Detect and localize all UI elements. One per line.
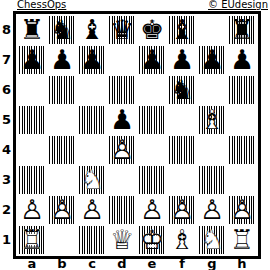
square-e7[interactable]: ♟ xyxy=(137,45,167,75)
square-e1[interactable]: ♚♔ xyxy=(137,225,167,255)
black-pawn-piece[interactable]: ♟ xyxy=(107,105,137,135)
rank-label-6: 6 xyxy=(0,75,13,105)
piece-glyph: ♜ xyxy=(227,15,257,45)
square-b5[interactable] xyxy=(47,105,77,135)
square-e5[interactable] xyxy=(137,105,167,135)
black-queen-piece[interactable]: ♛ xyxy=(107,15,137,45)
square-d4[interactable]: ♟♙ xyxy=(107,135,137,165)
black-pawn-piece[interactable]: ♟ xyxy=(167,45,197,75)
square-c1[interactable] xyxy=(77,225,107,255)
piece-glyph: ♜ xyxy=(17,15,47,45)
square-a8[interactable]: ♜ xyxy=(17,15,47,45)
piece-outline: ♗ xyxy=(167,225,197,255)
piece-outline: ♙ xyxy=(17,195,47,225)
square-f1[interactable]: ♝♗ xyxy=(167,225,197,255)
piece-glyph: ♟ xyxy=(167,45,197,75)
square-g4[interactable] xyxy=(197,135,227,165)
square-e4[interactable] xyxy=(137,135,167,165)
black-knight-piece[interactable]: ♞ xyxy=(47,15,77,45)
square-g7[interactable]: ♟ xyxy=(197,45,227,75)
square-c3[interactable]: ♞♘ xyxy=(77,165,107,195)
white-pawn-piece[interactable]: ♟♙ xyxy=(167,195,197,225)
file-label-c: c xyxy=(77,258,107,270)
piece-glyph: ♟ xyxy=(17,45,47,75)
app-title: ChessOps xyxy=(17,0,66,10)
piece-outline: ♙ xyxy=(107,135,137,165)
square-e2[interactable]: ♟♙ xyxy=(137,195,167,225)
rank-label-7: 7 xyxy=(0,45,13,75)
white-bishop-piece[interactable]: ♝♗ xyxy=(167,225,197,255)
square-c6[interactable] xyxy=(77,75,107,105)
black-bishop-piece[interactable]: ♝ xyxy=(77,15,107,45)
file-label-b: b xyxy=(47,258,77,270)
header: ChessOps © EUdesign xyxy=(17,0,268,11)
piece-outline: ♙ xyxy=(227,195,257,225)
piece-outline: ♙ xyxy=(167,195,197,225)
square-a6[interactable] xyxy=(17,75,47,105)
file-label-f: f xyxy=(167,258,197,270)
black-bishop-piece[interactable]: ♝ xyxy=(167,15,197,45)
file-labels: abcdefgh xyxy=(17,258,257,270)
white-rook-piece[interactable]: ♜♖ xyxy=(17,225,47,255)
white-knight-piece[interactable]: ♞♘ xyxy=(77,165,107,195)
file-label-g: g xyxy=(197,258,227,270)
piece-outline: ♙ xyxy=(137,195,167,225)
square-h7[interactable]: ♟ xyxy=(227,45,257,75)
file-label-h: h xyxy=(227,258,257,270)
white-pawn-piece[interactable]: ♟♙ xyxy=(17,195,47,225)
black-pawn-piece[interactable]: ♟ xyxy=(77,45,107,75)
square-e6[interactable] xyxy=(137,75,167,105)
square-d5[interactable]: ♟ xyxy=(107,105,137,135)
black-king-piece[interactable]: ♚ xyxy=(137,15,167,45)
square-a2[interactable]: ♟♙ xyxy=(17,195,47,225)
square-h8[interactable]: ♜ xyxy=(227,15,257,45)
piece-glyph: ♟ xyxy=(137,45,167,75)
square-h6[interactable] xyxy=(227,75,257,105)
square-g8[interactable] xyxy=(197,15,227,45)
black-pawn-piece[interactable]: ♟ xyxy=(197,45,227,75)
white-knight-piece[interactable]: ♞♘ xyxy=(197,225,227,255)
square-g1[interactable]: ♞♘ xyxy=(197,225,227,255)
rank-label-5: 5 xyxy=(0,105,13,135)
square-e8[interactable]: ♚ xyxy=(137,15,167,45)
square-a4[interactable] xyxy=(17,135,47,165)
piece-outline: ♖ xyxy=(17,225,47,255)
piece-glyph: ♚ xyxy=(137,15,167,45)
rank-label-4: 4 xyxy=(0,135,13,165)
square-c8[interactable]: ♝ xyxy=(77,15,107,45)
white-pawn-piece[interactable]: ♟♙ xyxy=(137,195,167,225)
square-b2[interactable]: ♟♙ xyxy=(47,195,77,225)
white-pawn-piece[interactable]: ♟♙ xyxy=(197,195,227,225)
square-f5[interactable] xyxy=(167,105,197,135)
piece-glyph: ♟ xyxy=(227,45,257,75)
piece-glyph: ♞ xyxy=(47,15,77,45)
black-pawn-piece[interactable]: ♟ xyxy=(47,45,77,75)
square-h2[interactable]: ♟♙ xyxy=(227,195,257,225)
copyright-label: © EUdesign xyxy=(208,0,268,10)
rank-label-3: 3 xyxy=(0,165,13,195)
rank-label-1: 1 xyxy=(0,225,13,255)
file-label-e: e xyxy=(137,258,167,270)
square-d1[interactable]: ♛♕ xyxy=(107,225,137,255)
piece-glyph: ♛ xyxy=(107,15,137,45)
black-rook-piece[interactable]: ♜ xyxy=(17,15,47,45)
white-pawn-piece[interactable]: ♟♙ xyxy=(77,195,107,225)
piece-outline: ♙ xyxy=(77,195,107,225)
piece-glyph: ♞ xyxy=(167,75,197,105)
square-b1[interactable] xyxy=(47,225,77,255)
file-label-a: a xyxy=(17,258,47,270)
piece-outline: ♘ xyxy=(197,225,227,255)
square-h5[interactable] xyxy=(227,105,257,135)
square-h3[interactable] xyxy=(227,165,257,195)
square-b4[interactable] xyxy=(47,135,77,165)
white-bishop-piece[interactable]: ♝♗ xyxy=(197,105,227,135)
square-c4[interactable] xyxy=(77,135,107,165)
rank-label-2: 2 xyxy=(0,195,13,225)
piece-glyph: ♝ xyxy=(77,15,107,45)
square-a1[interactable]: ♜♖ xyxy=(17,225,47,255)
piece-outline: ♕ xyxy=(107,225,137,255)
black-pawn-piece[interactable]: ♟ xyxy=(227,45,257,75)
square-f6[interactable]: ♞ xyxy=(167,75,197,105)
square-f7[interactable]: ♟ xyxy=(167,45,197,75)
square-g3[interactable] xyxy=(197,165,227,195)
white-queen-piece[interactable]: ♛♕ xyxy=(107,225,137,255)
chess-diagram: ChessOps © EUdesign 87654321 ♜♞♝♛♚♝♜♟♟♟♟… xyxy=(0,0,270,270)
square-c7[interactable]: ♟ xyxy=(77,45,107,75)
square-h1[interactable]: ♜♖ xyxy=(227,225,257,255)
piece-outline: ♖ xyxy=(227,225,257,255)
piece-outline: ♙ xyxy=(47,195,77,225)
square-g2[interactable]: ♟♙ xyxy=(197,195,227,225)
square-a5[interactable] xyxy=(17,105,47,135)
white-pawn-piece[interactable]: ♟♙ xyxy=(107,135,137,165)
square-f8[interactable]: ♝ xyxy=(167,15,197,45)
board: ♜♞♝♛♚♝♜♟♟♟♟♟♟♟♞♟♝♗♟♙♞♘♟♙♟♙♟♙♟♙♟♙♟♙♟♙♜♖♛♕… xyxy=(13,11,261,259)
square-d6[interactable] xyxy=(107,75,137,105)
square-f2[interactable]: ♟♙ xyxy=(167,195,197,225)
square-b8[interactable]: ♞ xyxy=(47,15,77,45)
square-d3[interactable] xyxy=(107,165,137,195)
square-g6[interactable] xyxy=(197,75,227,105)
square-f3[interactable] xyxy=(167,165,197,195)
black-pawn-piece[interactable]: ♟ xyxy=(17,45,47,75)
piece-glyph: ♝ xyxy=(167,15,197,45)
black-pawn-piece[interactable]: ♟ xyxy=(137,45,167,75)
piece-glyph: ♟ xyxy=(197,45,227,75)
square-b3[interactable] xyxy=(47,165,77,195)
piece-outline: ♙ xyxy=(197,195,227,225)
square-b7[interactable]: ♟ xyxy=(47,45,77,75)
white-rook-piece[interactable]: ♜♖ xyxy=(227,225,257,255)
square-d2[interactable] xyxy=(107,195,137,225)
square-h4[interactable] xyxy=(227,135,257,165)
square-c5[interactable] xyxy=(77,105,107,135)
square-d7[interactable] xyxy=(107,45,137,75)
black-rook-piece[interactable]: ♜ xyxy=(227,15,257,45)
white-pawn-piece[interactable]: ♟♙ xyxy=(227,195,257,225)
square-b6[interactable] xyxy=(47,75,77,105)
square-c2[interactable]: ♟♙ xyxy=(77,195,107,225)
white-pawn-piece[interactable]: ♟♙ xyxy=(47,195,77,225)
black-knight-piece[interactable]: ♞ xyxy=(167,75,197,105)
square-a7[interactable]: ♟ xyxy=(17,45,47,75)
piece-glyph: ♟ xyxy=(107,105,137,135)
square-f4[interactable] xyxy=(167,135,197,165)
piece-outline: ♗ xyxy=(197,105,227,135)
piece-glyph: ♟ xyxy=(47,45,77,75)
white-king-piece[interactable]: ♚♔ xyxy=(137,225,167,255)
piece-outline: ♘ xyxy=(77,165,107,195)
piece-glyph: ♟ xyxy=(77,45,107,75)
square-a3[interactable] xyxy=(17,165,47,195)
square-d8[interactable]: ♛ xyxy=(107,15,137,45)
square-e3[interactable] xyxy=(137,165,167,195)
piece-outline: ♔ xyxy=(137,225,167,255)
rank-label-8: 8 xyxy=(0,15,13,45)
square-g5[interactable]: ♝♗ xyxy=(197,105,227,135)
rank-labels: 87654321 xyxy=(0,15,13,255)
file-label-d: d xyxy=(107,258,137,270)
